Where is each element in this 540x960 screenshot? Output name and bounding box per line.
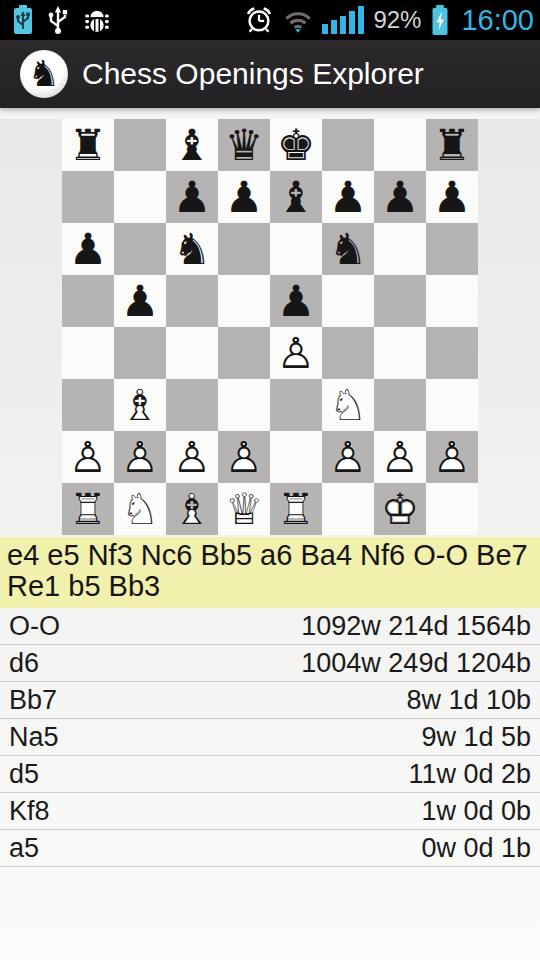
piece-white-knight-icon: ♞♘	[114, 483, 166, 535]
square-g2[interactable]: ♟♙	[374, 431, 426, 483]
move-row-Na5[interactable]: Na59w 1d 5b	[0, 719, 540, 756]
square-d1[interactable]: ♛♕	[218, 483, 270, 535]
square-a4[interactable]	[62, 327, 114, 379]
move-stats: 8w 1d 10b	[406, 685, 531, 716]
square-h5[interactable]	[426, 275, 478, 327]
app-knight-icon: ♞	[20, 50, 68, 98]
square-d5[interactable]	[218, 275, 270, 327]
square-a5[interactable]	[62, 275, 114, 327]
piece-white-queen-icon: ♛♕	[218, 483, 270, 535]
square-e4[interactable]: ♟♙	[270, 327, 322, 379]
candidate-move-list: O-O1092w 214d 1564bd61004w 249d 1204bBb7…	[0, 608, 540, 867]
square-c6[interactable]: ♞	[166, 223, 218, 275]
square-f3[interactable]: ♞♘	[322, 379, 374, 431]
piece-white-pawn-icon: ♟♙	[218, 431, 270, 483]
piece-black-pawn-icon: ♟	[322, 171, 374, 223]
square-d7[interactable]: ♟	[218, 171, 270, 223]
square-b3[interactable]: ♝♗	[114, 379, 166, 431]
piece-black-pawn-icon: ♟	[62, 223, 114, 275]
square-b7[interactable]	[114, 171, 166, 223]
square-b6[interactable]	[114, 223, 166, 275]
square-h6[interactable]	[426, 223, 478, 275]
status-bar: 92% 16:00	[0, 0, 540, 40]
square-c5[interactable]	[166, 275, 218, 327]
square-b2[interactable]: ♟♙	[114, 431, 166, 483]
alarm-icon	[244, 5, 274, 35]
piece-white-pawn-icon: ♟♙	[374, 431, 426, 483]
piece-white-pawn-icon: ♟♙	[166, 431, 218, 483]
square-e8[interactable]: ♚	[270, 119, 322, 171]
move-stats: 0w 0d 1b	[421, 833, 531, 864]
square-h8[interactable]: ♜	[426, 119, 478, 171]
square-c1[interactable]: ♝♗	[166, 483, 218, 535]
piece-black-king-icon: ♚	[270, 119, 322, 171]
piece-black-knight-icon: ♞	[322, 223, 374, 275]
page-title: Chess Openings Explorer	[82, 57, 424, 91]
square-f2[interactable]: ♟♙	[322, 431, 374, 483]
square-e3[interactable]	[270, 379, 322, 431]
move-stats: 1004w 249d 1204b	[301, 648, 531, 679]
square-g1[interactable]: ♚♔	[374, 483, 426, 535]
status-right-icons: 92% 16:00	[244, 4, 534, 37]
piece-black-pawn-icon: ♟	[166, 171, 218, 223]
piece-white-rook-icon: ♜♖	[270, 483, 322, 535]
signal-strength-icon	[322, 6, 364, 34]
move-label: Kf8	[9, 796, 50, 827]
piece-white-bishop-icon: ♝♗	[166, 483, 218, 535]
piece-black-pawn-icon: ♟	[114, 275, 166, 327]
piece-black-rook-icon: ♜	[62, 119, 114, 171]
piece-white-knight-icon: ♞♘	[322, 379, 374, 431]
move-row-a5[interactable]: a50w 0d 1b	[0, 830, 540, 867]
square-f4[interactable]	[322, 327, 374, 379]
square-d4[interactable]	[218, 327, 270, 379]
square-h7[interactable]: ♟	[426, 171, 478, 223]
square-b1[interactable]: ♞♘	[114, 483, 166, 535]
square-a7[interactable]	[62, 171, 114, 223]
move-label: a5	[9, 833, 39, 864]
square-a1[interactable]: ♜♖	[62, 483, 114, 535]
square-b4[interactable]	[114, 327, 166, 379]
square-c8[interactable]: ♝	[166, 119, 218, 171]
move-label: Na5	[9, 722, 59, 753]
square-e1[interactable]: ♜♖	[270, 483, 322, 535]
app-bar: ♞ Chess Openings Explorer	[0, 40, 540, 108]
piece-black-rook-icon: ♜	[426, 119, 478, 171]
move-stats: 1092w 214d 1564b	[301, 611, 531, 642]
piece-white-king-icon: ♚♔	[374, 483, 426, 535]
square-c2[interactable]: ♟♙	[166, 431, 218, 483]
move-row-Kf8[interactable]: Kf81w 0d 0b	[0, 793, 540, 830]
square-g5[interactable]	[374, 275, 426, 327]
square-d8[interactable]: ♛	[218, 119, 270, 171]
square-c3[interactable]	[166, 379, 218, 431]
square-g4[interactable]	[374, 327, 426, 379]
square-f7[interactable]: ♟	[322, 171, 374, 223]
square-d3[interactable]	[218, 379, 270, 431]
square-f1[interactable]	[322, 483, 374, 535]
square-e6[interactable]	[270, 223, 322, 275]
square-h3[interactable]	[426, 379, 478, 431]
move-sequence-bar: e4 e5 Nf3 Nc6 Bb5 a6 Ba4 Nf6 O-O Be7 Re1…	[0, 537, 540, 608]
status-left-icons	[12, 5, 112, 35]
square-a3[interactable]	[62, 379, 114, 431]
move-row-d6[interactable]: d61004w 249d 1204b	[0, 645, 540, 682]
chess-board[interactable]: ♜♝♛♚♜♟♟♝♟♟♟♟♞♞♟♟♟♙♝♗♞♘♟♙♟♙♟♙♟♙♟♙♟♙♟♙♜♖♞♘…	[62, 119, 478, 535]
piece-white-pawn-icon: ♟♙	[62, 431, 114, 483]
square-e7[interactable]: ♝	[270, 171, 322, 223]
square-a6[interactable]: ♟	[62, 223, 114, 275]
square-g3[interactable]	[374, 379, 426, 431]
piece-black-bishop-icon: ♝	[166, 119, 218, 171]
move-stats: 1w 0d 0b	[421, 796, 531, 827]
wifi-icon	[283, 7, 313, 33]
square-f5[interactable]	[322, 275, 374, 327]
piece-white-pawn-icon: ♟♙	[114, 431, 166, 483]
square-h2[interactable]: ♟♙	[426, 431, 478, 483]
piece-black-bishop-icon: ♝	[270, 171, 322, 223]
move-row-d5[interactable]: d511w 0d 2b	[0, 756, 540, 793]
piece-white-pawn-icon: ♟♙	[426, 431, 478, 483]
piece-black-pawn-icon: ♟	[270, 275, 322, 327]
square-g7[interactable]: ♟	[374, 171, 426, 223]
piece-black-pawn-icon: ♟	[218, 171, 270, 223]
square-e5[interactable]: ♟	[270, 275, 322, 327]
piece-black-pawn-icon: ♟	[426, 171, 478, 223]
square-h4[interactable]	[426, 327, 478, 379]
move-label: d6	[9, 648, 39, 679]
move-label: d5	[9, 759, 39, 790]
content: ♜♝♛♚♜♟♟♝♟♟♟♟♞♞♟♟♟♙♝♗♞♘♟♙♟♙♟♙♟♙♟♙♟♙♟♙♜♖♞♘…	[0, 119, 540, 960]
move-stats: 9w 1d 5b	[421, 722, 531, 753]
piece-black-queen-icon: ♛	[218, 119, 270, 171]
usb-icon	[46, 5, 70, 35]
usb-debugging-bug-icon	[82, 5, 112, 35]
square-a2[interactable]: ♟♙	[62, 431, 114, 483]
battery-percent: 92%	[373, 6, 421, 34]
piece-white-pawn-icon: ♟♙	[270, 327, 322, 379]
move-label: Bb7	[9, 685, 57, 716]
square-g8[interactable]	[374, 119, 426, 171]
square-f8[interactable]	[322, 119, 374, 171]
clock-text: 16:00	[461, 4, 534, 37]
square-c7[interactable]: ♟	[166, 171, 218, 223]
piece-black-knight-icon: ♞	[166, 223, 218, 275]
piece-black-pawn-icon: ♟	[374, 171, 426, 223]
square-g6[interactable]	[374, 223, 426, 275]
square-e2[interactable]	[270, 431, 322, 483]
piece-white-rook-icon: ♜♖	[62, 483, 114, 535]
move-row-O-O[interactable]: O-O1092w 214d 1564b	[0, 608, 540, 645]
usb-connected-icon	[12, 5, 34, 35]
square-h1[interactable]	[426, 483, 478, 535]
square-f6[interactable]: ♞	[322, 223, 374, 275]
square-d2[interactable]: ♟♙	[218, 431, 270, 483]
move-label: O-O	[9, 611, 60, 642]
move-stats: 11w 0d 2b	[408, 759, 531, 790]
move-row-Bb7[interactable]: Bb78w 1d 10b	[0, 682, 540, 719]
square-b8[interactable]	[114, 119, 166, 171]
square-b5[interactable]: ♟	[114, 275, 166, 327]
battery-charging-icon	[430, 5, 450, 35]
square-d6[interactable]	[218, 223, 270, 275]
piece-white-bishop-icon: ♝♗	[114, 379, 166, 431]
screen: 92% 16:00 ♞ Chess Openings Explorer ♜♝♛♚…	[0, 0, 540, 960]
piece-white-pawn-icon: ♟♙	[322, 431, 374, 483]
square-c4[interactable]	[166, 327, 218, 379]
square-a8[interactable]: ♜	[62, 119, 114, 171]
